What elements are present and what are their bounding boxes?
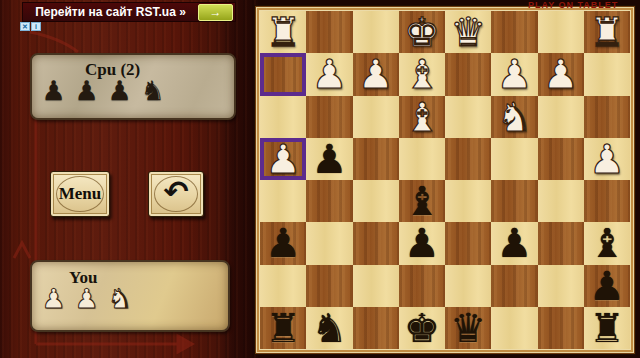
square-a1[interactable]: ♜	[584, 11, 630, 53]
menu-button-label: Menu	[59, 184, 102, 204]
ad-info-icon[interactable]: i	[31, 22, 41, 31]
captured-piece-bN: ♞	[136, 76, 169, 106]
menu-button[interactable]: Menu	[50, 171, 110, 217]
square-c5[interactable]	[491, 180, 537, 222]
square-b5[interactable]	[538, 180, 584, 222]
undo-button[interactable]: ↶	[148, 171, 204, 217]
square-d6[interactable]	[445, 222, 491, 264]
undo-arrow-icon: ↶	[163, 177, 188, 207]
square-h6[interactable]: ♟	[260, 222, 306, 264]
piece-bK-e8: ♚	[404, 307, 440, 349]
square-a3[interactable]	[584, 96, 630, 138]
square-c6[interactable]: ♟	[491, 222, 537, 264]
captured-piece-wP: ♟	[70, 284, 103, 314]
square-d8[interactable]: ♛	[445, 307, 491, 349]
piece-wP-g2: ♟	[311, 53, 347, 95]
square-d7[interactable]	[445, 265, 491, 307]
square-e2[interactable]: ♝	[399, 53, 445, 95]
play-on-tablet-link[interactable]: PLAY ON TABLET	[528, 0, 618, 10]
square-f5[interactable]	[353, 180, 399, 222]
piece-bP-h6: ♟	[265, 222, 301, 264]
square-g7[interactable]	[306, 265, 352, 307]
piece-wR-a1: ♜	[589, 11, 625, 53]
piece-bN-g8: ♞	[311, 307, 347, 349]
square-g5[interactable]	[306, 180, 352, 222]
piece-bQ-d8: ♛	[450, 307, 486, 349]
square-f3[interactable]	[353, 96, 399, 138]
opponent-tray: Cpu (2) ♟♟♟♞	[30, 53, 236, 120]
piece-bR-h8: ♜	[265, 307, 301, 349]
piece-wP-h4: ♟	[265, 138, 301, 180]
square-a4[interactable]: ♟	[584, 138, 630, 180]
piece-wR-h1: ♜	[265, 11, 301, 53]
square-c2[interactable]: ♟	[491, 53, 537, 95]
square-h1[interactable]: ♜	[260, 11, 306, 53]
square-f4[interactable]	[353, 138, 399, 180]
square-a2[interactable]	[584, 53, 630, 95]
square-d1[interactable]: ♛	[445, 11, 491, 53]
square-c7[interactable]	[491, 265, 537, 307]
piece-wB-e3: ♝	[404, 96, 440, 138]
square-h8[interactable]: ♜	[260, 307, 306, 349]
square-a6[interactable]: ♝	[584, 222, 630, 264]
square-g3[interactable]	[306, 96, 352, 138]
square-b2[interactable]: ♟	[538, 53, 584, 95]
square-f7[interactable]	[353, 265, 399, 307]
piece-wB-e2: ♝	[404, 53, 440, 95]
square-c1[interactable]	[491, 11, 537, 53]
side-panel: Перейти на сайт RST.ua » → ✕ i Cpu (2) ♟…	[0, 0, 258, 358]
piece-bP-a7: ♟	[589, 265, 625, 307]
square-e7[interactable]	[399, 265, 445, 307]
square-f2[interactable]: ♟	[353, 53, 399, 95]
square-f1[interactable]	[353, 11, 399, 53]
piece-wP-a4: ♟	[589, 138, 625, 180]
square-h7[interactable]	[260, 265, 306, 307]
piece-wN-c3: ♞	[496, 96, 532, 138]
piece-bR-a8: ♜	[589, 307, 625, 349]
square-g6[interactable]	[306, 222, 352, 264]
square-f8[interactable]	[353, 307, 399, 349]
captured-piece-bP: ♟	[37, 76, 70, 106]
square-h3[interactable]	[260, 96, 306, 138]
player-captured-pieces: ♟♟♞	[37, 284, 228, 314]
square-e4[interactable]	[399, 138, 445, 180]
ad-banner-text[interactable]: Перейти на сайт RST.ua »	[23, 5, 198, 19]
opponent-captured-pieces: ♟♟♟♞	[37, 76, 234, 106]
square-e5[interactable]: ♝	[399, 180, 445, 222]
square-d4[interactable]	[445, 138, 491, 180]
square-h2[interactable]	[260, 53, 306, 95]
ad-controls: ✕ i	[20, 22, 41, 31]
square-b7[interactable]	[538, 265, 584, 307]
chess-app-screen: Перейти на сайт RST.ua » → ✕ i Cpu (2) ♟…	[0, 0, 640, 358]
piece-bB-a6: ♝	[589, 222, 625, 264]
piece-bP-g4: ♟	[311, 138, 347, 180]
square-h5[interactable]	[260, 180, 306, 222]
piece-wP-b2: ♟	[543, 53, 579, 95]
captured-piece-wN: ♞	[103, 284, 136, 314]
square-c4[interactable]	[491, 138, 537, 180]
square-f6[interactable]	[353, 222, 399, 264]
square-d3[interactable]	[445, 96, 491, 138]
square-e8[interactable]: ♚	[399, 307, 445, 349]
piece-wQ-d1: ♛	[450, 11, 486, 53]
square-d5[interactable]	[445, 180, 491, 222]
square-b3[interactable]	[538, 96, 584, 138]
piece-bB-e5: ♝	[404, 180, 440, 222]
player-tray: You ♟♟♞	[30, 260, 230, 332]
captured-piece-bP: ♟	[70, 76, 103, 106]
piece-wK-e1: ♚	[404, 11, 440, 53]
ad-close-icon[interactable]: ✕	[20, 22, 30, 31]
ad-banner[interactable]: Перейти на сайт RST.ua » →	[22, 2, 236, 22]
square-b8[interactable]	[538, 307, 584, 349]
square-a8[interactable]: ♜	[584, 307, 630, 349]
square-c3[interactable]: ♞	[491, 96, 537, 138]
square-b1[interactable]	[538, 11, 584, 53]
square-g2[interactable]: ♟	[306, 53, 352, 95]
captured-piece-bP: ♟	[103, 76, 136, 106]
square-g8[interactable]: ♞	[306, 307, 352, 349]
square-g1[interactable]	[306, 11, 352, 53]
square-b4[interactable]	[538, 138, 584, 180]
square-e3[interactable]: ♝	[399, 96, 445, 138]
chess-board: ♜♚♛♜♟♟♝♟♟♝♞♟♟♟♝♟♟♟♝♟♜♞♚♛♜	[260, 11, 630, 349]
captured-piece-wP: ♟	[37, 284, 70, 314]
chess-board-frame: ♜♚♛♜♟♟♝♟♟♝♞♟♟♟♝♟♟♟♝♟♜♞♚♛♜	[255, 6, 635, 354]
square-d2[interactable]	[445, 53, 491, 95]
piece-bP-c6: ♟	[496, 222, 532, 264]
square-e6[interactable]: ♟	[399, 222, 445, 264]
square-g4[interactable]: ♟	[306, 138, 352, 180]
square-a5[interactable]	[584, 180, 630, 222]
square-a7[interactable]: ♟	[584, 265, 630, 307]
ad-arrow-button[interactable]: →	[198, 4, 233, 21]
square-h4[interactable]: ♟	[260, 138, 306, 180]
piece-wP-c2: ♟	[496, 53, 532, 95]
piece-bP-e6: ♟	[404, 222, 440, 264]
square-b6[interactable]	[538, 222, 584, 264]
square-e1[interactable]: ♚	[399, 11, 445, 53]
piece-wP-f2: ♟	[358, 53, 394, 95]
square-c8[interactable]	[491, 307, 537, 349]
